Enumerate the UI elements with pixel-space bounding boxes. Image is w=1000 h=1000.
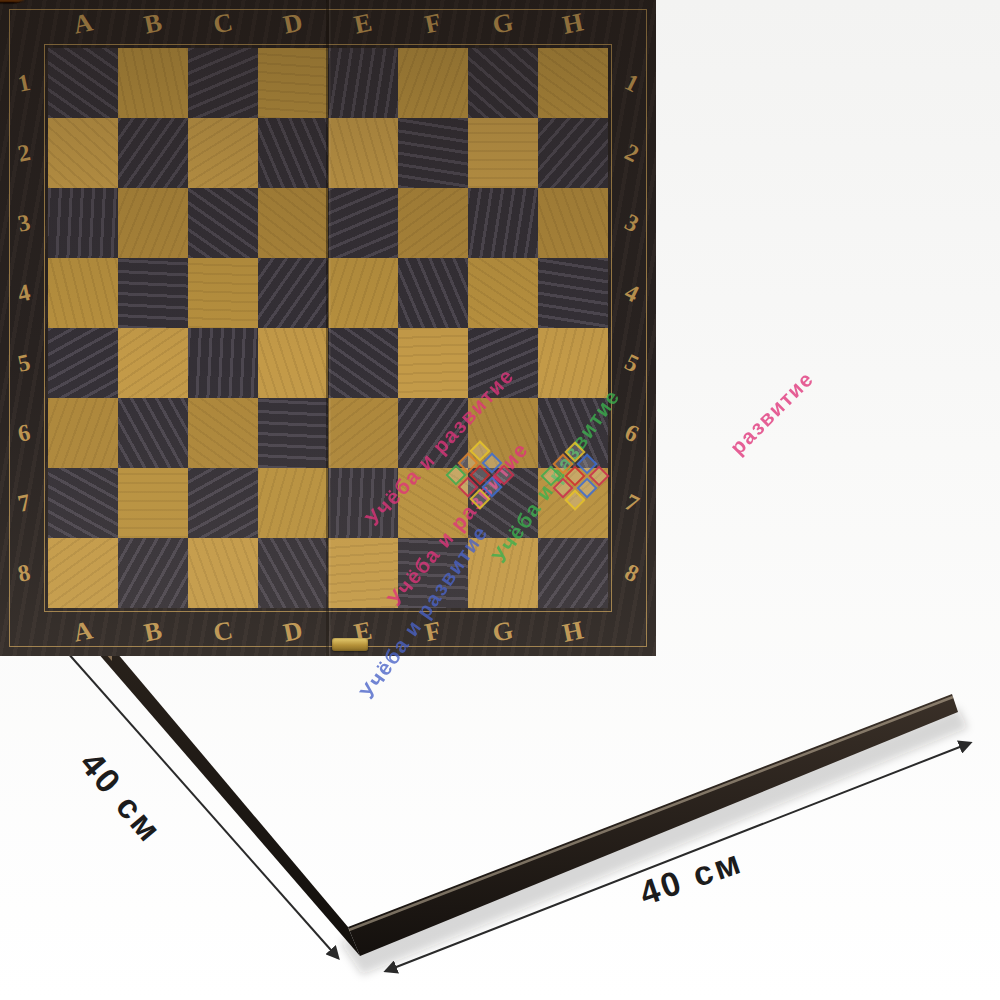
square-B8: [118, 538, 188, 608]
file-label-far-C: C: [184, 0, 262, 55]
square-C7: [188, 468, 258, 538]
square-A5: [48, 328, 118, 398]
file-label-far-H: H: [534, 0, 612, 55]
file-label-near-G: G: [464, 601, 542, 663]
file-label-near-D: D: [254, 601, 332, 663]
square-B6: [118, 398, 188, 468]
file-label-near-B: B: [114, 601, 192, 663]
rank-label-ur-8: 8: [0, 534, 55, 612]
square-D1: [258, 48, 328, 118]
square-E4: [328, 258, 398, 328]
rank-label-ur-6: 6: [0, 394, 55, 472]
square-F3: [398, 188, 468, 258]
square-H4: [538, 258, 608, 328]
square-G7: [468, 468, 538, 538]
square-E2: [328, 118, 398, 188]
square-G3: [468, 188, 538, 258]
square-B7: [118, 468, 188, 538]
file-label-near-F: F: [394, 601, 472, 663]
rank-label-ur-2: 2: [0, 114, 55, 192]
square-H6: [538, 398, 608, 468]
square-C1: [188, 48, 258, 118]
file-label-far-G: G: [464, 0, 542, 55]
square-E1: [328, 48, 398, 118]
square-H8: [538, 538, 608, 608]
square-D8: [258, 538, 328, 608]
square-E8: [328, 538, 398, 608]
square-F8: [398, 538, 468, 608]
rank-label-ur-4: 4: [0, 254, 55, 332]
square-A3: [48, 188, 118, 258]
square-D2: [258, 118, 328, 188]
rank-label-ur-5: 5: [0, 324, 55, 402]
square-A7: [48, 468, 118, 538]
square-G6: [468, 398, 538, 468]
rank-label-ur-3: 3: [0, 184, 55, 262]
square-C6: [188, 398, 258, 468]
square-F7: [398, 468, 468, 538]
square-B3: [118, 188, 188, 258]
brass-clasp: [332, 638, 368, 651]
square-G8: [468, 538, 538, 608]
square-D3: [258, 188, 328, 258]
rank-labels-upper-right: 12345678: [0, 48, 48, 608]
square-H3: [538, 188, 608, 258]
file-label-far-F: F: [394, 0, 472, 55]
square-B2: [118, 118, 188, 188]
square-C4: [188, 258, 258, 328]
square-H7: [538, 468, 608, 538]
square-A6: [48, 398, 118, 468]
file-label-far-E: E: [324, 0, 402, 55]
square-C5: [188, 328, 258, 398]
square-F4: [398, 258, 468, 328]
file-label-near-A: A: [44, 601, 122, 663]
square-B5: [118, 328, 188, 398]
square-C2: [188, 118, 258, 188]
square-C3: [188, 188, 258, 258]
file-label-near-E: E: [324, 601, 402, 663]
square-G4: [468, 258, 538, 328]
rank-label-ur-7: 7: [0, 464, 55, 542]
file-label-far-A: A: [44, 0, 122, 55]
square-F6: [398, 398, 468, 468]
square-B1: [118, 48, 188, 118]
square-C8: [188, 538, 258, 608]
square-D7: [258, 468, 328, 538]
square-F2: [398, 118, 468, 188]
square-F5: [398, 328, 468, 398]
square-D4: [258, 258, 328, 328]
square-D5: [258, 328, 328, 398]
board-fold-seam: [326, 0, 329, 656]
file-label-far-B: B: [114, 0, 192, 55]
square-D6: [258, 398, 328, 468]
square-H1: [538, 48, 608, 118]
rank-labels-lower-left: 12345678: [608, 48, 656, 608]
product-photo: ABCDEFGH ABCDEFGH 12345678 12345678 ♜♞♝♛…: [0, 0, 1000, 1000]
square-E3: [328, 188, 398, 258]
square-G2: [468, 118, 538, 188]
square-F1: [398, 48, 468, 118]
square-G1: [468, 48, 538, 118]
square-A2: [48, 118, 118, 188]
square-E6: [328, 398, 398, 468]
square-A4: [48, 258, 118, 328]
square-H5: [538, 328, 608, 398]
board-shadow: [340, 708, 968, 975]
square-E7: [328, 468, 398, 538]
square-H2: [538, 118, 608, 188]
square-G5: [468, 328, 538, 398]
rank-label-ur-1: 1: [0, 44, 55, 122]
square-E5: [328, 328, 398, 398]
square-B4: [118, 258, 188, 328]
file-label-near-C: C: [184, 601, 262, 663]
chess-board: ABCDEFGH ABCDEFGH 12345678 12345678: [0, 0, 656, 656]
file-label-near-H: H: [534, 601, 612, 663]
file-label-far-D: D: [254, 0, 332, 55]
square-A8: [48, 538, 118, 608]
left-dimension-arrow: [28, 608, 338, 958]
bottom-dimension-arrow: [386, 743, 970, 971]
square-A1: [48, 48, 118, 118]
